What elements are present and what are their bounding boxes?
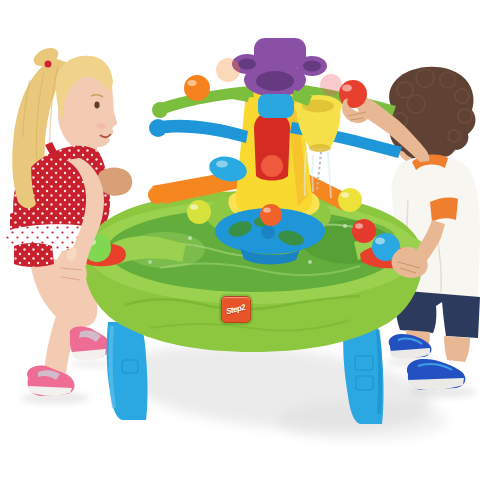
table-leg-right-shade bbox=[378, 330, 380, 414]
ball-highlight bbox=[263, 207, 271, 212]
girl-bottoms-dots bbox=[14, 243, 54, 267]
boy-right-leg bbox=[444, 336, 470, 362]
tower-blue-collar bbox=[258, 94, 294, 118]
track-blue-left-cap bbox=[149, 119, 167, 137]
girl-blush bbox=[97, 123, 106, 129]
brand-badge: Step2 bbox=[221, 296, 251, 323]
orange-ball-on-spinner bbox=[260, 204, 282, 226]
ball-highlight bbox=[375, 238, 385, 245]
scene-illustration bbox=[0, 0, 480, 480]
red-ball-right-water bbox=[352, 219, 376, 243]
ball-highlight bbox=[341, 192, 349, 198]
product-photo-scene: Step2 bbox=[0, 0, 480, 480]
girl-eye bbox=[94, 102, 99, 109]
bell-funnel-bottom bbox=[309, 144, 331, 152]
yellow-ball-right-ramp bbox=[338, 188, 362, 212]
ball-highlight bbox=[355, 223, 363, 229]
track-green-left-cap bbox=[152, 102, 168, 118]
funnel-top-left-cup-hole bbox=[238, 59, 256, 70]
track-blue-left bbox=[155, 120, 248, 143]
ball-highlight bbox=[190, 204, 198, 210]
tower-left-ramp-end bbox=[148, 186, 166, 204]
tower-window-ball bbox=[261, 155, 283, 177]
funnel-top-opening bbox=[256, 71, 294, 91]
ball-highlight bbox=[342, 85, 352, 92]
orange-ball-left-track bbox=[184, 75, 210, 101]
ghost-red-ball bbox=[320, 74, 342, 96]
ghost-orange-ball bbox=[216, 58, 240, 82]
blue-roller-highlight bbox=[216, 161, 228, 168]
funnel-top-right-cup-hole bbox=[303, 61, 321, 72]
brand-badge-label: Step2 bbox=[226, 303, 247, 316]
girl-hair-tie bbox=[45, 61, 52, 68]
water-spinner-hub bbox=[261, 225, 275, 239]
ball-highlight bbox=[188, 80, 197, 86]
yellow-green-ball-in-water bbox=[187, 200, 211, 224]
